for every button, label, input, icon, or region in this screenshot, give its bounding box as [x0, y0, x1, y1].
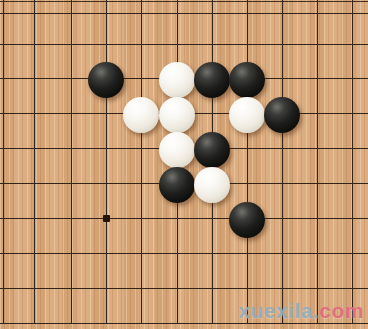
star-point: [103, 215, 110, 222]
grid-line-vertical: [141, 0, 142, 324]
watermark: xuexila.com: [238, 299, 364, 323]
grid-line-horizontal: [0, 13, 368, 14]
white-stone: ○: [159, 97, 195, 133]
grid-line-horizontal: [0, 218, 368, 219]
white-stone-glyph: ○: [194, 167, 230, 203]
black-stone: ●: [264, 97, 300, 133]
black-stone: ●: [229, 202, 265, 238]
black-stone-glyph: ●: [194, 62, 230, 98]
black-stone-glyph: ●: [159, 167, 195, 203]
white-stone: ○: [159, 62, 195, 98]
black-stone: ●: [194, 132, 230, 168]
black-stone: ●: [88, 62, 124, 98]
grid-line-horizontal: [0, 44, 368, 45]
watermark-tld: com: [319, 299, 364, 322]
grid-line-vertical: [317, 0, 318, 324]
grid-line-horizontal: [0, 253, 368, 254]
black-stone: ●: [159, 167, 195, 203]
grid-line-horizontal: [0, 288, 368, 289]
white-stone: ○: [194, 167, 230, 203]
white-stone-glyph: ○: [229, 97, 265, 133]
black-stone-glyph: ●: [264, 97, 300, 133]
white-stone-glyph: ○: [159, 97, 195, 133]
grid-line-vertical: [71, 0, 72, 324]
white-stone-glyph: ○: [123, 97, 159, 133]
black-stone-glyph: ●: [88, 62, 124, 98]
grid-line-vertical: [3, 0, 4, 324]
black-stone-glyph: ●: [229, 62, 265, 98]
white-stone: ○: [123, 97, 159, 133]
watermark-site: xuexila: [238, 299, 313, 322]
board-image: ●○●●○○○●○●●○● xuexila.com: [0, 0, 368, 329]
grid-line-vertical: [247, 0, 248, 324]
grid-line-horizontal-partial: [0, 1, 368, 2]
white-stone: ○: [229, 97, 265, 133]
black-stone: ●: [229, 62, 265, 98]
grid-line-vertical: [282, 0, 283, 324]
black-stone-glyph: ●: [194, 132, 230, 168]
black-stone: ●: [194, 62, 230, 98]
white-stone-glyph: ○: [159, 62, 195, 98]
grid-line-vertical: [34, 0, 35, 324]
grid-line-vertical: [106, 0, 107, 324]
white-stone-glyph: ○: [159, 132, 195, 168]
grid-line-vertical: [352, 0, 353, 324]
white-stone: ○: [159, 132, 195, 168]
black-stone-glyph: ●: [229, 202, 265, 238]
grid-line-horizontal: [0, 323, 368, 324]
